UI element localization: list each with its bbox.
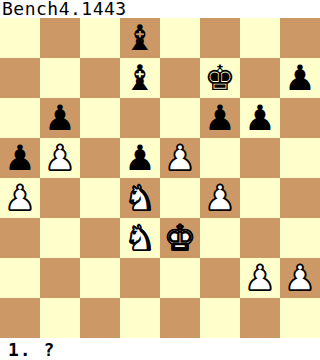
square-f2[interactable] <box>200 258 240 298</box>
white-knight-d3[interactable]: ♞ <box>124 221 155 256</box>
window-title: Bench4.1443 <box>0 0 320 18</box>
black-pawn-g6[interactable]: ♟ <box>244 101 275 136</box>
square-d2[interactable] <box>120 258 160 298</box>
square-f7[interactable]: ♚ <box>200 58 240 98</box>
square-g5[interactable] <box>240 138 280 178</box>
square-f6[interactable]: ♟ <box>200 98 240 138</box>
black-pawn-h7[interactable]: ♟ <box>284 61 315 96</box>
square-b4[interactable] <box>40 178 80 218</box>
white-knight-d4[interactable]: ♞ <box>124 181 155 216</box>
square-d4[interactable]: ♞ <box>120 178 160 218</box>
black-pawn-f6[interactable]: ♟ <box>204 101 235 136</box>
square-g2[interactable]: ♟ <box>240 258 280 298</box>
square-h2[interactable]: ♟ <box>280 258 320 298</box>
square-a6[interactable] <box>0 98 40 138</box>
square-d5[interactable]: ♟ <box>120 138 160 178</box>
square-g6[interactable]: ♟ <box>240 98 280 138</box>
square-g4[interactable] <box>240 178 280 218</box>
square-c6[interactable] <box>80 98 120 138</box>
black-pawn-d5[interactable]: ♟ <box>124 141 155 176</box>
square-e5[interactable]: ♟ <box>160 138 200 178</box>
square-c5[interactable] <box>80 138 120 178</box>
square-f8[interactable] <box>200 18 240 58</box>
square-d6[interactable] <box>120 98 160 138</box>
square-b5[interactable]: ♟ <box>40 138 80 178</box>
square-g8[interactable] <box>240 18 280 58</box>
square-a8[interactable] <box>0 18 40 58</box>
square-b8[interactable] <box>40 18 80 58</box>
square-d8[interactable]: ♝ <box>120 18 160 58</box>
square-g7[interactable] <box>240 58 280 98</box>
square-h6[interactable] <box>280 98 320 138</box>
white-pawn-b5[interactable]: ♟ <box>44 141 75 176</box>
square-e3[interactable]: ♚ <box>160 218 200 258</box>
square-h1[interactable] <box>280 298 320 338</box>
white-pawn-f4[interactable]: ♟ <box>204 181 235 216</box>
square-f5[interactable] <box>200 138 240 178</box>
square-a4[interactable]: ♟ <box>0 178 40 218</box>
move-prompt: 1. ? <box>0 338 320 360</box>
square-f3[interactable] <box>200 218 240 258</box>
square-h8[interactable] <box>280 18 320 58</box>
square-h5[interactable] <box>280 138 320 178</box>
square-f4[interactable]: ♟ <box>200 178 240 218</box>
black-king-f7[interactable]: ♚ <box>204 61 235 96</box>
square-e1[interactable] <box>160 298 200 338</box>
square-e6[interactable] <box>160 98 200 138</box>
white-pawn-a4[interactable]: ♟ <box>4 181 35 216</box>
square-d1[interactable] <box>120 298 160 338</box>
square-b6[interactable]: ♟ <box>40 98 80 138</box>
white-pawn-e5[interactable]: ♟ <box>164 141 195 176</box>
square-f1[interactable] <box>200 298 240 338</box>
black-bishop-d7[interactable]: ♝ <box>124 61 155 96</box>
square-a7[interactable] <box>0 58 40 98</box>
white-pawn-g2[interactable]: ♟ <box>244 261 275 296</box>
square-a1[interactable] <box>0 298 40 338</box>
chess-app-window: Bench4.1443 ♝♝♚♟♟♟♟♟♟♟♟♟♞♟♞♚♟♟ 1. ? <box>0 0 320 360</box>
square-c1[interactable] <box>80 298 120 338</box>
square-c8[interactable] <box>80 18 120 58</box>
square-a3[interactable] <box>0 218 40 258</box>
square-c7[interactable] <box>80 58 120 98</box>
square-h3[interactable] <box>280 218 320 258</box>
square-e7[interactable] <box>160 58 200 98</box>
square-d3[interactable]: ♞ <box>120 218 160 258</box>
square-c2[interactable] <box>80 258 120 298</box>
square-h7[interactable]: ♟ <box>280 58 320 98</box>
square-e2[interactable] <box>160 258 200 298</box>
square-g1[interactable] <box>240 298 280 338</box>
square-e4[interactable] <box>160 178 200 218</box>
black-pawn-a5[interactable]: ♟ <box>4 141 35 176</box>
square-e8[interactable] <box>160 18 200 58</box>
black-pawn-b6[interactable]: ♟ <box>44 101 75 136</box>
square-b2[interactable] <box>40 258 80 298</box>
square-a5[interactable]: ♟ <box>0 138 40 178</box>
chess-board: ♝♝♚♟♟♟♟♟♟♟♟♟♞♟♞♚♟♟ <box>0 18 320 338</box>
square-h4[interactable] <box>280 178 320 218</box>
square-g3[interactable] <box>240 218 280 258</box>
square-c4[interactable] <box>80 178 120 218</box>
black-bishop-d8[interactable]: ♝ <box>124 21 155 56</box>
white-pawn-h2[interactable]: ♟ <box>284 261 315 296</box>
square-c3[interactable] <box>80 218 120 258</box>
square-b1[interactable] <box>40 298 80 338</box>
square-d7[interactable]: ♝ <box>120 58 160 98</box>
white-king-e3[interactable]: ♚ <box>164 221 195 256</box>
square-b7[interactable] <box>40 58 80 98</box>
square-a2[interactable] <box>0 258 40 298</box>
square-b3[interactable] <box>40 218 80 258</box>
